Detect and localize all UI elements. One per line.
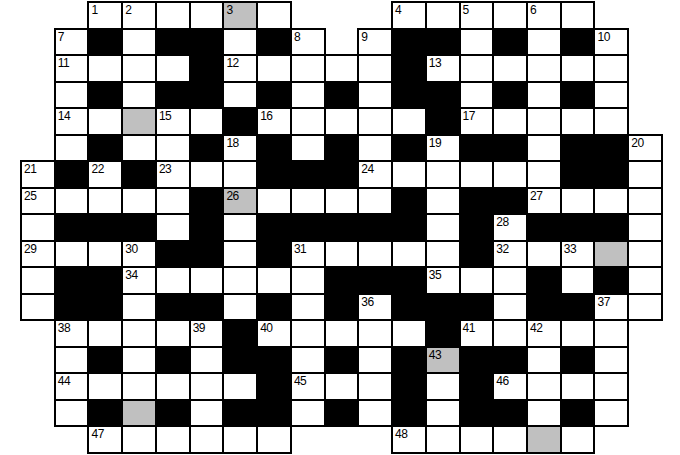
cell-r14-c6-white[interactable] — [223, 373, 257, 400]
cell-r14-c2-white[interactable] — [88, 373, 122, 400]
cell-r12-c7-white[interactable]: 40 — [257, 320, 291, 347]
cell-r11-c3-white[interactable] — [122, 294, 156, 321]
cell-r2-c15-white[interactable] — [527, 55, 561, 82]
cell-r8-c11-black — [392, 214, 426, 241]
cell-r16-c13-white[interactable] — [460, 426, 494, 453]
cell-r7-c9-white[interactable] — [325, 188, 359, 215]
cell-r13-c6-black — [223, 347, 257, 374]
cell-r9-c6-white[interactable] — [223, 241, 257, 268]
cell-r8-c18-white[interactable] — [628, 214, 662, 241]
cell-r15-c9-black — [325, 400, 359, 427]
cell-r10-c8-white[interactable] — [291, 267, 325, 294]
cell-r9-c18-white[interactable] — [628, 241, 662, 268]
cell-r11-c16-black — [561, 294, 595, 321]
cell-r10-c1-black — [55, 267, 89, 294]
clue-number-4: 4 — [395, 3, 401, 17]
clue-number-22: 22 — [91, 162, 103, 176]
cell-r16-c6-white[interactable] — [223, 426, 257, 453]
cell-r9-c1-white[interactable] — [55, 241, 89, 268]
cell-r16-c16-white[interactable] — [561, 426, 595, 453]
cell-r10-c15-black — [527, 267, 561, 294]
cell-r15-c5-white[interactable] — [190, 400, 224, 427]
cell-r5-c12-white[interactable]: 19 — [426, 135, 460, 162]
cell-r11-c8-white[interactable] — [291, 294, 325, 321]
clue-number-18: 18 — [226, 136, 238, 150]
cell-r5-c4-white[interactable] — [156, 135, 190, 162]
cell-r7-c18-white[interactable] — [628, 188, 662, 215]
cell-r1-c7-black — [257, 29, 291, 56]
cell-r10-c2-black — [88, 267, 122, 294]
cell-r10-c4-white[interactable] — [156, 267, 190, 294]
cell-r0-c6-shaded[interactable]: 3 — [223, 2, 257, 29]
cell-r0-c14-white[interactable] — [493, 2, 527, 29]
cell-r3-c2-black — [88, 82, 122, 109]
cell-r2-c1-white[interactable]: 11 — [55, 55, 89, 82]
cell-r15-c10-white[interactable] — [358, 400, 392, 427]
clue-number-40: 40 — [260, 321, 272, 335]
crossword-grid: 1234567891011121314151617181920212223242… — [21, 2, 662, 453]
cell-r1-c15-white[interactable] — [527, 29, 561, 56]
cell-r15-c16-black — [561, 400, 595, 427]
cell-r10-c0-white[interactable] — [21, 267, 55, 294]
cell-r1-c10-white[interactable]: 9 — [358, 29, 392, 56]
cell-r10-c13-white[interactable] — [460, 267, 494, 294]
cell-r16-c4-white[interactable] — [156, 426, 190, 453]
cell-r1-c16-black — [561, 29, 595, 56]
cell-r13-c2-black — [88, 347, 122, 374]
cell-r3-c6-white[interactable] — [223, 82, 257, 109]
clue-number-5: 5 — [463, 3, 469, 17]
cell-r6-c6-white[interactable] — [223, 161, 257, 188]
cell-r14-c9-white[interactable] — [325, 373, 359, 400]
cell-r9-c3-white[interactable]: 30 — [122, 241, 156, 268]
cell-r3-c12-black — [426, 82, 460, 109]
cell-r4-c5-white[interactable] — [190, 108, 224, 135]
cell-r3-c11-black — [392, 82, 426, 109]
cell-r0-c3-white[interactable]: 2 — [122, 2, 156, 29]
cell-r2-c7-white[interactable] — [257, 55, 291, 82]
cell-r16-c3-white[interactable] — [122, 426, 156, 453]
cell-r10-c12-white[interactable]: 35 — [426, 267, 460, 294]
clue-number-31: 31 — [294, 242, 306, 256]
cell-r13-c10-white[interactable] — [358, 347, 392, 374]
cell-r3-c3-white[interactable] — [122, 82, 156, 109]
cell-r4-c2-white[interactable] — [88, 108, 122, 135]
cell-r14-c12-white[interactable] — [426, 373, 460, 400]
cell-r10-c6-white[interactable] — [223, 267, 257, 294]
cell-r6-c10-white[interactable]: 24 — [358, 161, 392, 188]
cell-r13-c13-black — [460, 347, 494, 374]
cell-r3-c13-white[interactable] — [460, 82, 494, 109]
cell-r6-c16-black — [561, 161, 595, 188]
cell-r6-c14-white[interactable] — [493, 161, 527, 188]
cell-r3-c10-white[interactable] — [358, 82, 392, 109]
cell-r4-c8-white[interactable] — [291, 108, 325, 135]
cell-r2-c8-white[interactable] — [291, 55, 325, 82]
cell-r0-c15-white[interactable]: 6 — [527, 2, 561, 29]
cell-r9-c8-white[interactable]: 31 — [291, 241, 325, 268]
cell-r7-c11-black — [392, 188, 426, 215]
cell-r8-c4-white[interactable] — [156, 214, 190, 241]
cell-r15-c13-black — [460, 400, 494, 427]
cell-r7-c14-black — [493, 188, 527, 215]
cell-r7-c0-white[interactable]: 25 — [21, 188, 55, 215]
cell-r12-c4-white[interactable] — [156, 320, 190, 347]
cell-r3-c14-black — [493, 82, 527, 109]
cell-r4-c9-white[interactable] — [325, 108, 359, 135]
clue-number-28: 28 — [496, 215, 508, 229]
cell-r16-c12-white[interactable] — [426, 426, 460, 453]
cell-r8-c10-black — [358, 214, 392, 241]
cell-r16-c2-white[interactable]: 47 — [88, 426, 122, 453]
cell-r1-c6-white[interactable] — [223, 29, 257, 56]
cell-r2-c2-white[interactable] — [88, 55, 122, 82]
clue-number-45: 45 — [294, 374, 306, 388]
cell-r1-c1-white[interactable]: 7 — [55, 29, 89, 56]
clue-number-20: 20 — [631, 136, 643, 150]
cell-r10-c17-black — [594, 267, 628, 294]
cell-r9-c10-white[interactable] — [358, 241, 392, 268]
cell-r12-c6-black — [223, 320, 257, 347]
cell-r7-c12-white[interactable] — [426, 188, 460, 215]
cell-r2-c10-white[interactable] — [358, 55, 392, 82]
clue-number-30: 30 — [125, 242, 137, 256]
cell-r12-c13-white[interactable]: 41 — [460, 320, 494, 347]
cell-r11-c12-black — [426, 294, 460, 321]
cell-r2-c14-white[interactable] — [493, 55, 527, 82]
cell-r8-c7-black — [257, 214, 291, 241]
cell-r7-c1-white[interactable] — [55, 188, 89, 215]
cell-r7-c4-white[interactable] — [156, 188, 190, 215]
clue-number-43: 43 — [429, 348, 441, 362]
cell-r1-c17-white[interactable]: 10 — [594, 29, 628, 56]
cell-r9-c17-shaded[interactable] — [594, 241, 628, 268]
cell-r0-c16-white[interactable] — [561, 2, 595, 29]
cell-r1-c14-black — [493, 29, 527, 56]
cell-r14-c15-white[interactable] — [527, 373, 561, 400]
cell-r14-c1-white[interactable]: 44 — [55, 373, 89, 400]
cell-r15-c17-white[interactable] — [594, 400, 628, 427]
cell-r9-c14-white[interactable]: 32 — [493, 241, 527, 268]
cell-r6-c17-black — [594, 161, 628, 188]
cell-r16-c15-shaded[interactable] — [527, 426, 561, 453]
cell-r2-c6-white[interactable]: 12 — [223, 55, 257, 82]
clue-number-17: 17 — [463, 109, 475, 123]
clue-number-2: 2 — [125, 3, 131, 17]
cell-r13-c4-black — [156, 347, 190, 374]
cell-r11-c0-white[interactable] — [21, 294, 55, 321]
cell-r5-c1-white[interactable] — [55, 135, 89, 162]
cell-r4-c6-black — [223, 108, 257, 135]
cell-r13-c15-white[interactable] — [527, 347, 561, 374]
cell-r16-c5-white[interactable] — [190, 426, 224, 453]
cell-r3-c16-black — [561, 82, 595, 109]
cell-r5-c6-white[interactable]: 18 — [223, 135, 257, 162]
cell-r4-c12-black — [426, 108, 460, 135]
cell-r2-c12-white[interactable]: 13 — [426, 55, 460, 82]
cell-r14-c3-white[interactable] — [122, 373, 156, 400]
cell-r4-c14-white[interactable] — [493, 108, 527, 135]
clue-number-11: 11 — [58, 56, 69, 70]
cell-r12-c16-white[interactable] — [561, 320, 595, 347]
cell-r2-c17-white[interactable] — [594, 55, 628, 82]
cell-r2-c9-white[interactable] — [325, 55, 359, 82]
clue-number-23: 23 — [159, 162, 171, 176]
cell-r13-c3-white[interactable] — [122, 347, 156, 374]
cell-r11-c14-white[interactable] — [493, 294, 527, 321]
cell-r5-c7-black — [257, 135, 291, 162]
cell-r8-c0-white[interactable] — [21, 214, 55, 241]
cell-r5-c15-white[interactable] — [527, 135, 561, 162]
cell-r7-c5-black — [190, 188, 224, 215]
cell-r10-c10-black — [358, 267, 392, 294]
cell-r11-c10-white[interactable]: 36 — [358, 294, 392, 321]
cell-r11-c4-black — [156, 294, 190, 321]
clue-number-47: 47 — [91, 427, 103, 441]
cell-r14-c14-white[interactable]: 46 — [493, 373, 527, 400]
cell-r11-c13-black — [460, 294, 494, 321]
cell-r10-c9-black — [325, 267, 359, 294]
cell-r1-c5-black — [190, 29, 224, 56]
cell-r9-c5-black — [190, 241, 224, 268]
cell-r4-c10-white[interactable] — [358, 108, 392, 135]
cell-r12-c3-white[interactable] — [122, 320, 156, 347]
cell-r15-c8-white[interactable] — [291, 400, 325, 427]
cell-r12-c8-white[interactable] — [291, 320, 325, 347]
cell-r5-c18-white[interactable]: 20 — [628, 135, 662, 162]
cell-r9-c7-black — [257, 241, 291, 268]
cell-r9-c0-white[interactable]: 29 — [21, 241, 55, 268]
cell-r7-c6-shaded[interactable]: 26 — [223, 188, 257, 215]
cell-r4-c17-white[interactable] — [594, 108, 628, 135]
cell-r7-c10-white[interactable] — [358, 188, 392, 215]
cell-r5-c5-black — [190, 135, 224, 162]
cell-r6-c11-white[interactable] — [392, 161, 426, 188]
cell-r11-c18-white[interactable] — [628, 294, 662, 321]
cell-r4-c13-white[interactable]: 17 — [460, 108, 494, 135]
cell-r6-c5-white[interactable] — [190, 161, 224, 188]
cell-r14-c8-white[interactable]: 45 — [291, 373, 325, 400]
cell-r1-c13-white[interactable] — [460, 29, 494, 56]
cell-r12-c15-white[interactable]: 42 — [527, 320, 561, 347]
cell-r5-c3-white[interactable] — [122, 135, 156, 162]
cell-r7-c8-white[interactable] — [291, 188, 325, 215]
cell-r6-c13-white[interactable] — [460, 161, 494, 188]
cell-r3-c17-white[interactable] — [594, 82, 628, 109]
cell-r10-c3-white[interactable]: 34 — [122, 267, 156, 294]
cell-r16-c14-white[interactable] — [493, 426, 527, 453]
cell-r9-c4-black — [156, 241, 190, 268]
cell-r13-c1-white[interactable] — [55, 347, 89, 374]
cell-r8-c17-black — [594, 214, 628, 241]
cell-r7-c15-white[interactable]: 27 — [527, 188, 561, 215]
cell-r12-c1-white[interactable]: 38 — [55, 320, 89, 347]
clue-number-16: 16 — [260, 109, 272, 123]
cell-r7-c2-white[interactable] — [88, 188, 122, 215]
clue-number-6: 6 — [530, 3, 536, 17]
cell-r15-c11-black — [392, 400, 426, 427]
cell-r11-c15-black — [527, 294, 561, 321]
cell-r9-c11-white[interactable] — [392, 241, 426, 268]
cell-r5-c10-white[interactable] — [358, 135, 392, 162]
clue-number-13: 13 — [429, 56, 441, 70]
clue-number-42: 42 — [530, 321, 542, 335]
cell-r4-c7-white[interactable]: 16 — [257, 108, 291, 135]
cell-r8-c14-white[interactable]: 28 — [493, 214, 527, 241]
cell-r13-c17-white[interactable] — [594, 347, 628, 374]
cell-r5-c17-black — [594, 135, 628, 162]
cell-r15-c12-white[interactable] — [426, 400, 460, 427]
cell-r9-c16-white[interactable]: 33 — [561, 241, 595, 268]
cell-r0-c2-white[interactable]: 1 — [88, 2, 122, 29]
cell-r0-c4-white[interactable] — [156, 2, 190, 29]
cell-r11-c5-black — [190, 294, 224, 321]
cell-r8-c12-white[interactable] — [426, 214, 460, 241]
cell-r13-c11-black — [392, 347, 426, 374]
cell-r3-c8-white[interactable] — [291, 82, 325, 109]
cell-r12-c14-white[interactable] — [493, 320, 527, 347]
cell-r15-c7-black — [257, 400, 291, 427]
cell-r7-c3-white[interactable] — [122, 188, 156, 215]
cell-r13-c16-black — [561, 347, 595, 374]
cell-r12-c2-white[interactable] — [88, 320, 122, 347]
clue-number-46: 46 — [496, 374, 508, 388]
cell-r4-c3-shaded[interactable] — [122, 108, 156, 135]
cell-r11-c2-black — [88, 294, 122, 321]
cell-r12-c9-white[interactable] — [325, 320, 359, 347]
cell-r2-c3-white[interactable] — [122, 55, 156, 82]
cell-r11-c6-white[interactable] — [223, 294, 257, 321]
cell-r11-c17-white[interactable]: 37 — [594, 294, 628, 321]
cell-r1-c11-black — [392, 29, 426, 56]
cell-r3-c15-white[interactable] — [527, 82, 561, 109]
cell-r1-c3-white[interactable] — [122, 29, 156, 56]
cell-r16-c11-white[interactable]: 48 — [392, 426, 426, 453]
clue-number-36: 36 — [361, 295, 373, 309]
clue-number-26: 26 — [226, 189, 238, 203]
clue-number-44: 44 — [58, 374, 70, 388]
cell-r8-c13-black — [460, 214, 494, 241]
clue-number-38: 38 — [58, 321, 70, 335]
cell-r6-c12-white[interactable] — [426, 161, 460, 188]
cell-r9-c13-black — [460, 241, 494, 268]
cell-r11-c9-black — [325, 294, 359, 321]
cell-r12-c5-white[interactable]: 39 — [190, 320, 224, 347]
cell-r12-c10-white[interactable] — [358, 320, 392, 347]
clue-number-8: 8 — [294, 30, 300, 44]
cell-r2-c13-white[interactable] — [460, 55, 494, 82]
cell-r8-c6-white[interactable] — [223, 214, 257, 241]
clue-number-24: 24 — [361, 162, 373, 176]
cell-r15-c4-black — [156, 400, 190, 427]
cell-r4-c4-white[interactable]: 15 — [156, 108, 190, 135]
cell-r0-c13-white[interactable]: 5 — [460, 2, 494, 29]
cell-r6-c8-black — [291, 161, 325, 188]
cell-r7-c17-white[interactable] — [594, 188, 628, 215]
cell-r15-c2-black — [88, 400, 122, 427]
cell-r13-c7-black — [257, 347, 291, 374]
cell-r13-c5-white[interactable] — [190, 347, 224, 374]
cell-r16-c7-white[interactable] — [257, 426, 291, 453]
cell-r11-c11-black — [392, 294, 426, 321]
cell-r6-c15-white[interactable] — [527, 161, 561, 188]
clue-number-33: 33 — [564, 242, 576, 256]
cell-r6-c0-white[interactable]: 21 — [21, 161, 55, 188]
cell-r0-c12-white[interactable] — [426, 2, 460, 29]
cell-r14-c17-white[interactable] — [594, 373, 628, 400]
cell-r10-c14-white[interactable] — [493, 267, 527, 294]
cell-r5-c14-black — [493, 135, 527, 162]
cell-r10-c7-white[interactable] — [257, 267, 291, 294]
cell-r1-c8-white[interactable]: 8 — [291, 29, 325, 56]
clue-number-7: 7 — [58, 30, 64, 44]
cell-r4-c11-white[interactable] — [392, 108, 426, 135]
cell-r0-c5-white[interactable] — [190, 2, 224, 29]
clue-number-34: 34 — [125, 268, 137, 282]
cell-r4-c16-white[interactable] — [561, 108, 595, 135]
cell-r12-c12-black — [426, 320, 460, 347]
cell-r7-c13-black — [460, 188, 494, 215]
cell-r15-c15-white[interactable] — [527, 400, 561, 427]
clue-number-25: 25 — [24, 189, 36, 203]
cell-r10-c16-white[interactable] — [561, 267, 595, 294]
cell-r9-c9-white[interactable] — [325, 241, 359, 268]
cell-r13-c14-black — [493, 347, 527, 374]
cell-r5-c8-white[interactable] — [291, 135, 325, 162]
clue-number-48: 48 — [395, 427, 407, 441]
cell-r7-c7-white[interactable] — [257, 188, 291, 215]
cell-r12-c17-white[interactable] — [594, 320, 628, 347]
cell-r6-c2-white[interactable]: 22 — [88, 161, 122, 188]
cell-r9-c12-white[interactable] — [426, 241, 460, 268]
clue-number-39: 39 — [193, 321, 205, 335]
cell-r2-c4-white[interactable] — [156, 55, 190, 82]
cell-r7-c16-white[interactable] — [561, 188, 595, 215]
cell-r14-c16-white[interactable] — [561, 373, 595, 400]
cell-r14-c13-black — [460, 373, 494, 400]
cell-r4-c15-white[interactable] — [527, 108, 561, 135]
cell-r15-c1-white[interactable] — [55, 400, 89, 427]
clue-number-19: 19 — [429, 136, 441, 150]
cell-r9-c15-white[interactable] — [527, 241, 561, 268]
cell-r3-c7-black — [257, 82, 291, 109]
cell-r14-c4-white[interactable] — [156, 373, 190, 400]
cell-r13-c8-white[interactable] — [291, 347, 325, 374]
cell-r14-c7-black — [257, 373, 291, 400]
cell-r1-c12-black — [426, 29, 460, 56]
cell-r2-c11-black — [392, 55, 426, 82]
cell-r8-c15-black — [527, 214, 561, 241]
cell-r13-c12-shaded[interactable]: 43 — [426, 347, 460, 374]
cell-r14-c10-white[interactable] — [358, 373, 392, 400]
cell-r10-c5-white[interactable] — [190, 267, 224, 294]
cell-r15-c3-shaded[interactable] — [122, 400, 156, 427]
cell-r9-c2-white[interactable] — [88, 241, 122, 268]
cell-r14-c5-white[interactable] — [190, 373, 224, 400]
cell-r4-c1-white[interactable]: 14 — [55, 108, 89, 135]
cell-r6-c18-white[interactable] — [628, 161, 662, 188]
cell-r0-c11-white[interactable]: 4 — [392, 2, 426, 29]
cell-r3-c1-white[interactable] — [55, 82, 89, 109]
clue-number-15: 15 — [159, 109, 171, 123]
cell-r6-c4-white[interactable]: 23 — [156, 161, 190, 188]
cell-r3-c5-black — [190, 82, 224, 109]
cell-r14-c11-black — [392, 373, 426, 400]
cell-r12-c11-white[interactable] — [392, 320, 426, 347]
cell-r10-c18-white[interactable] — [628, 267, 662, 294]
cell-r0-c7-white[interactable] — [257, 2, 291, 29]
cell-r2-c16-white[interactable] — [561, 55, 595, 82]
